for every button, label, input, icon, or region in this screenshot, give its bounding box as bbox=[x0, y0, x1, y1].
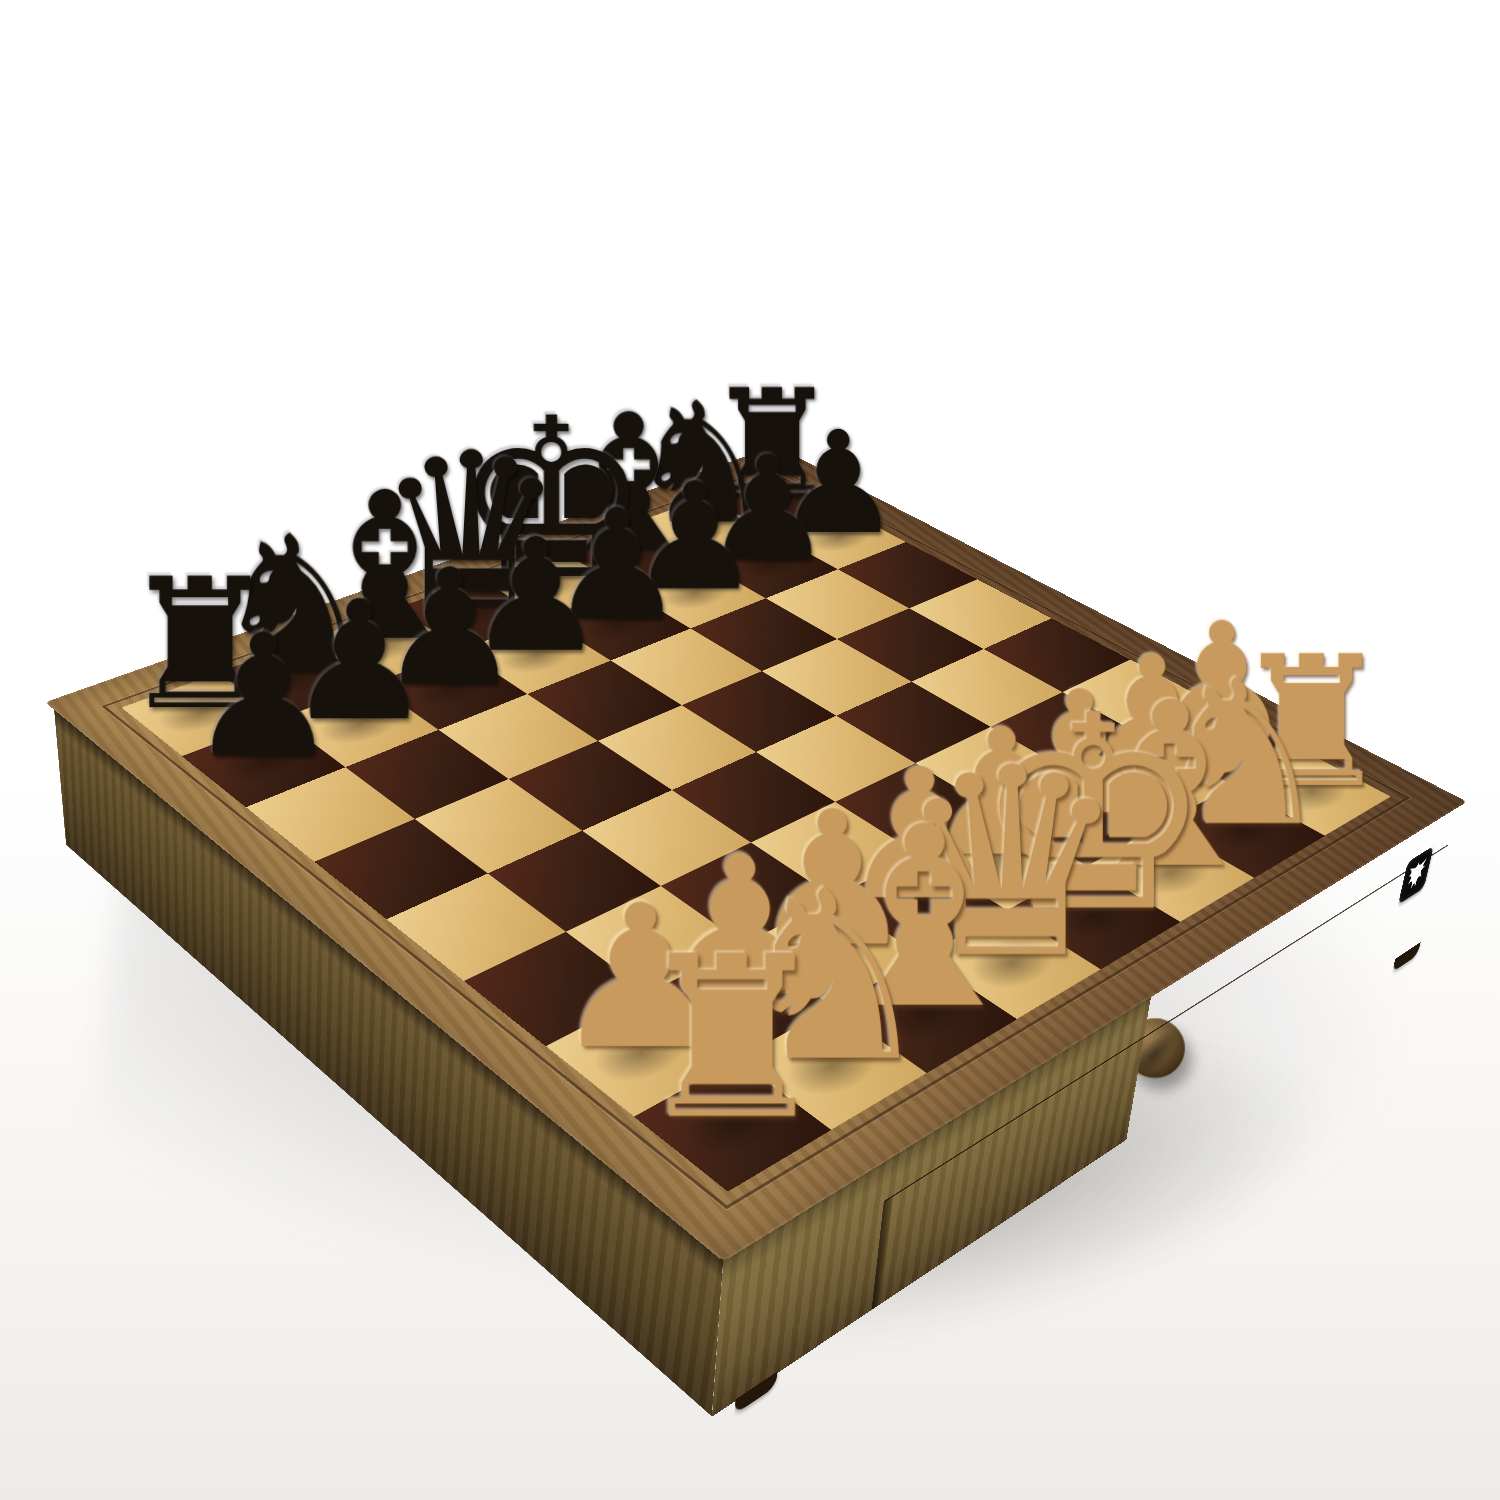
drawer-edge-notch bbox=[872, 1194, 894, 1309]
scene-3d: ♜♞♝♛♚♝♞♜♟♟♟♟♟♟♟♟♟♟♟♟♟♟♟♟♜♞♝♛♚♝♞♜ bbox=[0, 0, 1500, 1500]
brand-badge bbox=[1398, 846, 1434, 905]
square-a1: ♜ bbox=[634, 1060, 831, 1192]
box-foot-left bbox=[734, 1371, 777, 1414]
box-foot-right bbox=[1392, 942, 1421, 972]
chess-box: ♜♞♝♛♚♝♞♜♟♟♟♟♟♟♟♟♟♟♟♟♟♟♟♟♜♞♝♛♚♝♞♜ bbox=[45, 446, 1467, 1262]
black-pawn-a7: ♟ bbox=[99, 612, 428, 782]
box-top-frame: ♜♞♝♛♚♝♞♜♟♟♟♟♟♟♟♟♟♟♟♟♟♟♟♟♜♞♝♛♚♝♞♜ bbox=[45, 446, 1467, 1262]
white-rook-a1: ♜ bbox=[534, 927, 931, 1151]
product-photo-scene: ♜♞♝♛♚♝♞♜♟♟♟♟♟♟♟♟♟♟♟♟♟♟♟♟♜♞♝♛♚♝♞♜ bbox=[0, 0, 1500, 1500]
eagle-logo-icon bbox=[1403, 854, 1429, 897]
